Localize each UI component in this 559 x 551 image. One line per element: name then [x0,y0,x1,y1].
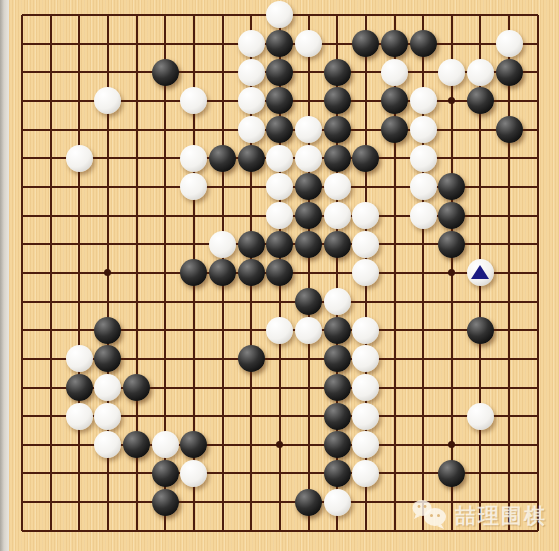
board-intersection[interactable] [523,87,552,116]
board-intersection[interactable] [36,58,65,87]
board-intersection[interactable] [208,402,237,431]
board-intersection[interactable] [495,87,524,116]
board-intersection[interactable] [466,58,495,87]
board-intersection[interactable] [94,516,123,545]
board-intersection[interactable] [208,29,237,58]
board-intersection[interactable] [266,87,295,116]
board-intersection[interactable] [409,259,438,288]
board-intersection[interactable] [294,459,323,488]
board-intersection[interactable] [180,201,209,230]
board-intersection[interactable] [294,230,323,259]
board-intersection[interactable] [208,459,237,488]
board-intersection[interactable] [180,259,209,288]
board-intersection[interactable] [65,1,94,30]
board-intersection[interactable] [237,488,266,517]
board-intersection[interactable] [266,29,295,58]
board-intersection[interactable] [151,488,180,517]
board-intersection[interactable] [380,259,409,288]
board-intersection[interactable] [380,316,409,345]
board-intersection[interactable] [122,201,151,230]
board-intersection[interactable] [122,316,151,345]
board-intersection[interactable] [65,402,94,431]
board-intersection[interactable] [65,287,94,316]
board-intersection[interactable] [323,201,352,230]
board-intersection[interactable] [65,345,94,374]
board-intersection[interactable] [94,230,123,259]
board-intersection[interactable] [180,173,209,202]
board-intersection[interactable] [266,230,295,259]
board-intersection[interactable] [438,144,467,173]
board-intersection[interactable] [523,115,552,144]
board-intersection[interactable] [237,173,266,202]
board-intersection[interactable] [65,87,94,116]
board-intersection[interactable] [180,345,209,374]
board-intersection[interactable] [495,29,524,58]
board-intersection[interactable] [409,173,438,202]
board-intersection[interactable] [94,29,123,58]
board-intersection[interactable] [438,402,467,431]
board-intersection[interactable] [438,29,467,58]
board-intersection[interactable] [122,402,151,431]
board-intersection[interactable] [323,173,352,202]
board-intersection[interactable] [122,459,151,488]
board-intersection[interactable] [495,259,524,288]
board-intersection[interactable] [294,29,323,58]
board-intersection[interactable] [180,431,209,460]
board-intersection[interactable] [65,259,94,288]
board-intersection[interactable] [8,488,37,517]
board-intersection[interactable] [8,316,37,345]
board-intersection[interactable] [180,488,209,517]
board-intersection[interactable] [409,402,438,431]
board-intersection[interactable] [208,115,237,144]
board-intersection[interactable] [151,345,180,374]
board-intersection[interactable] [409,1,438,30]
board-intersection[interactable] [409,201,438,230]
board-intersection[interactable] [8,516,37,545]
board-intersection[interactable] [438,316,467,345]
board-intersection[interactable] [36,144,65,173]
board-intersection[interactable] [36,287,65,316]
board-intersection[interactable] [466,230,495,259]
board-intersection[interactable] [523,230,552,259]
board-intersection[interactable] [323,516,352,545]
board-intersection[interactable] [94,259,123,288]
board-intersection[interactable] [380,287,409,316]
board-intersection[interactable] [380,87,409,116]
board-intersection[interactable] [266,345,295,374]
board-intersection[interactable] [409,115,438,144]
board-intersection[interactable] [380,373,409,402]
board-intersection[interactable] [65,316,94,345]
board-intersection[interactable] [380,58,409,87]
board-intersection[interactable] [352,402,381,431]
board-intersection[interactable] [323,488,352,517]
board-intersection[interactable] [438,87,467,116]
board-intersection[interactable] [237,144,266,173]
board-intersection[interactable] [65,488,94,517]
board-intersection[interactable] [151,373,180,402]
board-intersection[interactable] [208,230,237,259]
board-intersection[interactable] [208,173,237,202]
board-intersection[interactable] [523,1,552,30]
board-intersection[interactable] [36,373,65,402]
board-intersection[interactable] [380,345,409,374]
board-intersection[interactable] [208,488,237,517]
board-intersection[interactable] [208,287,237,316]
board-intersection[interactable] [151,230,180,259]
board-intersection[interactable] [466,144,495,173]
board-intersection[interactable] [266,115,295,144]
board-intersection[interactable] [208,373,237,402]
board-intersection[interactable] [36,115,65,144]
board-intersection[interactable] [409,29,438,58]
board-intersection[interactable] [495,373,524,402]
board-intersection[interactable] [208,516,237,545]
board-intersection[interactable] [36,402,65,431]
board-intersection[interactable] [323,115,352,144]
board-intersection[interactable] [8,345,37,374]
board-intersection[interactable] [180,1,209,30]
board-intersection[interactable] [323,431,352,460]
board-intersection[interactable] [8,431,37,460]
board-intersection[interactable] [409,87,438,116]
board-intersection[interactable] [8,201,37,230]
board-intersection[interactable] [409,373,438,402]
board-intersection[interactable] [495,230,524,259]
board-intersection[interactable] [409,459,438,488]
board-intersection[interactable] [94,87,123,116]
board-intersection[interactable] [151,516,180,545]
board-intersection[interactable] [523,201,552,230]
board-intersection[interactable] [352,316,381,345]
board-intersection[interactable] [266,287,295,316]
board-intersection[interactable] [294,115,323,144]
board-intersection[interactable] [36,488,65,517]
board-intersection[interactable] [266,316,295,345]
board-intersection[interactable] [180,402,209,431]
board-intersection[interactable] [237,201,266,230]
board-intersection[interactable] [294,287,323,316]
board-intersection[interactable] [208,316,237,345]
board-intersection[interactable] [380,431,409,460]
board-intersection[interactable] [495,115,524,144]
board-intersection[interactable] [180,516,209,545]
board-intersection[interactable] [523,144,552,173]
board-intersection[interactable] [294,345,323,374]
board-intersection[interactable] [523,259,552,288]
board-intersection[interactable] [65,230,94,259]
board-intersection[interactable] [36,345,65,374]
board-intersection[interactable] [208,259,237,288]
board-intersection[interactable] [438,259,467,288]
board-intersection[interactable] [352,345,381,374]
board-intersection[interactable] [352,115,381,144]
board-intersection[interactable] [36,459,65,488]
board-intersection[interactable] [352,230,381,259]
board-intersection[interactable] [94,1,123,30]
board-intersection[interactable] [294,201,323,230]
board-intersection[interactable] [466,373,495,402]
board-intersection[interactable] [352,173,381,202]
board-intersection[interactable] [65,459,94,488]
board-intersection[interactable] [36,201,65,230]
board-intersection[interactable] [8,287,37,316]
board-intersection[interactable] [266,1,295,30]
board-intersection[interactable] [180,87,209,116]
board-intersection[interactable] [438,115,467,144]
board-intersection[interactable] [8,58,37,87]
board-intersection[interactable] [352,1,381,30]
board-intersection[interactable] [180,316,209,345]
board-intersection[interactable] [122,144,151,173]
board-intersection[interactable] [94,287,123,316]
board-intersection[interactable] [466,316,495,345]
board-intersection[interactable] [180,58,209,87]
board-intersection[interactable] [122,230,151,259]
board-intersection[interactable] [237,230,266,259]
board-intersection[interactable] [266,459,295,488]
board-intersection[interactable] [237,373,266,402]
board-intersection[interactable] [380,144,409,173]
board-intersection[interactable] [495,345,524,374]
board-intersection[interactable] [466,402,495,431]
board-intersection[interactable] [323,1,352,30]
board-intersection[interactable] [237,431,266,460]
board-intersection[interactable] [208,201,237,230]
board-intersection[interactable] [237,316,266,345]
board-intersection[interactable] [495,316,524,345]
board-intersection[interactable] [208,345,237,374]
board-intersection[interactable] [237,115,266,144]
board-intersection[interactable] [380,459,409,488]
board-intersection[interactable] [352,144,381,173]
board-intersection[interactable] [438,201,467,230]
board-intersection[interactable] [94,173,123,202]
board-intersection[interactable] [122,259,151,288]
board-intersection[interactable] [466,115,495,144]
board-intersection[interactable] [65,58,94,87]
board-intersection[interactable] [438,58,467,87]
board-intersection[interactable] [36,516,65,545]
board-intersection[interactable] [8,144,37,173]
board-intersection[interactable] [36,431,65,460]
board-intersection[interactable] [323,87,352,116]
board-intersection[interactable] [237,287,266,316]
board-intersection[interactable] [151,173,180,202]
board-intersection[interactable] [438,373,467,402]
board-intersection[interactable] [523,173,552,202]
board-intersection[interactable] [237,402,266,431]
board-intersection[interactable] [495,287,524,316]
board-intersection[interactable] [122,345,151,374]
board-intersection[interactable] [94,115,123,144]
board-intersection[interactable] [36,87,65,116]
board-intersection[interactable] [323,259,352,288]
board-intersection[interactable] [266,431,295,460]
board-intersection[interactable] [466,29,495,58]
board-intersection[interactable] [8,1,37,30]
board-intersection[interactable] [237,1,266,30]
board-intersection[interactable] [438,173,467,202]
board-intersection[interactable] [65,29,94,58]
board-intersection[interactable] [323,373,352,402]
board-intersection[interactable] [323,287,352,316]
board-intersection[interactable] [36,230,65,259]
board-intersection[interactable] [438,431,467,460]
board-intersection[interactable] [122,431,151,460]
board-intersection[interactable] [466,1,495,30]
board-intersection[interactable] [294,488,323,517]
board-intersection[interactable] [8,173,37,202]
board-intersection[interactable] [65,201,94,230]
board-intersection[interactable] [409,144,438,173]
board-intersection[interactable] [122,1,151,30]
board-intersection[interactable] [36,259,65,288]
board-intersection[interactable] [294,431,323,460]
board-intersection[interactable] [466,173,495,202]
board-intersection[interactable] [94,144,123,173]
board-intersection[interactable] [294,373,323,402]
board-intersection[interactable] [266,488,295,517]
board-intersection[interactable] [409,316,438,345]
board-intersection[interactable] [523,316,552,345]
board-intersection[interactable] [380,1,409,30]
board-intersection[interactable] [523,345,552,374]
board-intersection[interactable] [438,287,467,316]
board-intersection[interactable] [266,516,295,545]
board-intersection[interactable] [180,29,209,58]
board-intersection[interactable] [352,287,381,316]
board-intersection[interactable] [323,345,352,374]
board-intersection[interactable] [94,373,123,402]
board-intersection[interactable] [151,287,180,316]
board-intersection[interactable] [352,29,381,58]
board-intersection[interactable] [122,488,151,517]
board-intersection[interactable] [495,402,524,431]
board-intersection[interactable] [323,459,352,488]
board-intersection[interactable] [36,316,65,345]
board-intersection[interactable] [65,516,94,545]
board-intersection[interactable] [208,431,237,460]
board-intersection[interactable] [466,431,495,460]
board-intersection[interactable] [180,373,209,402]
board-intersection[interactable] [266,259,295,288]
board-intersection[interactable] [323,29,352,58]
board-intersection[interactable] [94,431,123,460]
board-intersection[interactable] [294,259,323,288]
board-intersection[interactable] [122,87,151,116]
board-intersection[interactable] [266,201,295,230]
board-intersection[interactable] [8,115,37,144]
board-intersection[interactable] [266,402,295,431]
board-intersection[interactable] [523,402,552,431]
board-intersection[interactable] [65,373,94,402]
board-intersection[interactable] [208,144,237,173]
board-intersection[interactable] [294,144,323,173]
board-intersection[interactable] [466,287,495,316]
board-intersection[interactable] [8,29,37,58]
board-intersection[interactable] [352,201,381,230]
board-intersection[interactable] [352,58,381,87]
board-intersection[interactable] [122,287,151,316]
board-intersection[interactable] [237,87,266,116]
board-intersection[interactable] [495,144,524,173]
board-intersection[interactable] [8,373,37,402]
board-intersection[interactable] [237,259,266,288]
board-intersection[interactable] [352,488,381,517]
board-intersection[interactable] [495,1,524,30]
board-intersection[interactable] [151,459,180,488]
board-intersection[interactable] [8,259,37,288]
board-intersection[interactable] [208,87,237,116]
board-intersection[interactable] [94,459,123,488]
board-intersection[interactable] [495,201,524,230]
board-intersection[interactable] [151,316,180,345]
board-intersection[interactable] [8,87,37,116]
board-intersection[interactable] [151,431,180,460]
board-intersection[interactable] [438,345,467,374]
board-intersection[interactable] [122,516,151,545]
board-intersection[interactable] [380,29,409,58]
board-intersection[interactable] [523,373,552,402]
board-intersection[interactable] [180,230,209,259]
board-intersection[interactable] [352,87,381,116]
board-intersection[interactable] [180,287,209,316]
board-intersection[interactable] [151,29,180,58]
board-intersection[interactable] [352,373,381,402]
board-intersection[interactable] [380,173,409,202]
board-intersection[interactable] [380,488,409,517]
board-intersection[interactable] [409,345,438,374]
board-intersection[interactable] [523,58,552,87]
board-intersection[interactable] [352,259,381,288]
board-intersection[interactable] [266,144,295,173]
board-intersection[interactable] [94,58,123,87]
board-intersection[interactable] [8,459,37,488]
board-intersection[interactable] [323,316,352,345]
board-intersection[interactable] [122,373,151,402]
board-intersection[interactable] [523,29,552,58]
board-intersection[interactable] [294,1,323,30]
board-intersection[interactable] [294,173,323,202]
board-intersection[interactable] [151,201,180,230]
board-intersection[interactable] [466,87,495,116]
board-intersection[interactable] [294,516,323,545]
board-intersection[interactable] [294,87,323,116]
board-intersection[interactable] [266,173,295,202]
board-intersection[interactable] [380,201,409,230]
board-intersection[interactable] [352,459,381,488]
board-intersection[interactable] [151,259,180,288]
board-intersection[interactable] [180,459,209,488]
board-intersection[interactable] [151,58,180,87]
board-intersection[interactable] [323,230,352,259]
board-intersection[interactable] [36,29,65,58]
board-intersection[interactable] [294,316,323,345]
board-intersection[interactable] [122,58,151,87]
board-intersection[interactable] [438,1,467,30]
board-intersection[interactable] [94,316,123,345]
board-intersection[interactable] [523,287,552,316]
board-intersection[interactable] [323,402,352,431]
board-intersection[interactable] [65,173,94,202]
board-intersection[interactable] [208,58,237,87]
board-intersection[interactable] [237,29,266,58]
board-intersection[interactable] [323,58,352,87]
board-intersection[interactable] [8,230,37,259]
board-intersection[interactable] [352,516,381,545]
